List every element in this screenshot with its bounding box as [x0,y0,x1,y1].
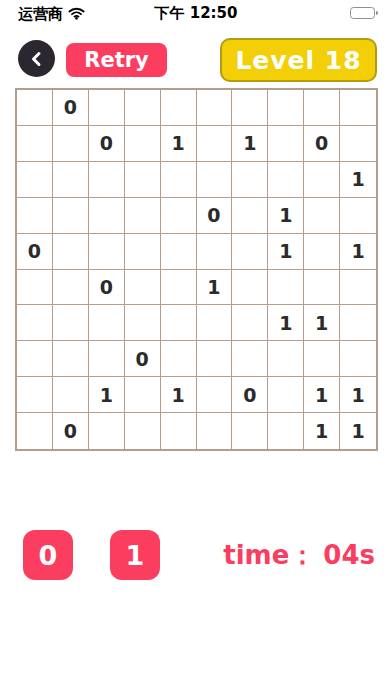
cell-r8c5[interactable] [161,341,197,377]
cell-r7c6[interactable] [197,305,233,341]
cell-r9c8[interactable] [268,377,304,413]
cell-r5c7[interactable] [232,234,268,270]
cell-r1c10[interactable] [340,90,376,126]
cell-r2c8[interactable] [268,126,304,162]
cell-r4c6[interactable]: 0 [197,198,233,234]
puzzle-board: 001101010110111011011011 [15,88,378,451]
status-bar: 运营商 下午 12:50 [0,0,392,26]
cell-r2c10[interactable] [340,126,376,162]
cell-r10c7[interactable] [232,413,268,449]
retry-button[interactable]: Retry [66,43,167,77]
cell-r8c3[interactable] [89,341,125,377]
cell-r7c8[interactable]: 1 [268,305,304,341]
cell-r10c9[interactable]: 1 [304,413,340,449]
cell-r7c3[interactable] [89,305,125,341]
digit-0-button[interactable]: 0 [23,530,73,580]
cell-r10c3[interactable] [89,413,125,449]
cell-r3c9[interactable] [304,162,340,198]
cell-r3c4[interactable] [125,162,161,198]
cell-r4c10[interactable] [340,198,376,234]
battery-icon [350,7,378,19]
cell-r10c6[interactable] [197,413,233,449]
cell-r9c5[interactable]: 1 [161,377,197,413]
cell-r9c9[interactable]: 1 [304,377,340,413]
cell-r8c9[interactable] [304,341,340,377]
cell-r2c3[interactable]: 0 [89,126,125,162]
cell-r2c4[interactable] [125,126,161,162]
cell-r8c4[interactable]: 0 [125,341,161,377]
cell-r4c7[interactable] [232,198,268,234]
cell-r2c5[interactable]: 1 [161,126,197,162]
cell-r6c9[interactable] [304,270,340,306]
cell-r9c1[interactable] [17,377,53,413]
timer: time： 04s [223,530,375,580]
cell-r7c7[interactable] [232,305,268,341]
cell-r2c2[interactable] [53,126,89,162]
cell-r2c9[interactable]: 0 [304,126,340,162]
cell-r5c5[interactable] [161,234,197,270]
cell-r6c3[interactable]: 0 [89,270,125,306]
cell-r6c8[interactable] [268,270,304,306]
cell-r9c2[interactable] [53,377,89,413]
digit-1-button[interactable]: 1 [110,530,160,580]
cell-r1c2[interactable]: 0 [53,90,89,126]
cell-r8c6[interactable] [197,341,233,377]
cell-r6c10[interactable] [340,270,376,306]
cell-r5c10[interactable]: 1 [340,234,376,270]
cell-r3c5[interactable] [161,162,197,198]
cell-r7c9[interactable]: 1 [304,305,340,341]
status-time: 下午 12:50 [0,4,392,23]
cell-r6c5[interactable] [161,270,197,306]
cell-r3c8[interactable] [268,162,304,198]
cell-r7c5[interactable] [161,305,197,341]
cell-r3c10[interactable]: 1 [340,162,376,198]
cell-r1c5[interactable] [161,90,197,126]
cell-r10c4[interactable] [125,413,161,449]
cell-r4c3[interactable] [89,198,125,234]
cell-r9c10[interactable]: 1 [340,377,376,413]
cell-r5c2[interactable] [53,234,89,270]
cell-r1c3[interactable] [89,90,125,126]
cell-r10c1[interactable] [17,413,53,449]
cell-r6c2[interactable] [53,270,89,306]
app-screen: 运营商 下午 12:50 Retry Level 18 00110101011 [0,0,392,696]
timer-label: time： [223,538,315,573]
cell-r10c5[interactable] [161,413,197,449]
cell-r10c8[interactable] [268,413,304,449]
back-button[interactable] [18,40,55,77]
cell-r1c4[interactable] [125,90,161,126]
cell-r5c9[interactable] [304,234,340,270]
cell-r8c7[interactable] [232,341,268,377]
cell-r5c6[interactable] [197,234,233,270]
cell-r4c4[interactable] [125,198,161,234]
cell-r1c8[interactable] [268,90,304,126]
cell-r1c1[interactable] [17,90,53,126]
cell-r5c3[interactable] [89,234,125,270]
cell-r9c3[interactable]: 1 [89,377,125,413]
cell-r6c4[interactable] [125,270,161,306]
cell-r8c10[interactable] [340,341,376,377]
cell-r9c7[interactable]: 0 [232,377,268,413]
cell-r3c3[interactable] [89,162,125,198]
cell-r4c8[interactable]: 1 [268,198,304,234]
cell-r7c4[interactable] [125,305,161,341]
cell-r4c1[interactable] [17,198,53,234]
cell-r7c1[interactable] [17,305,53,341]
cell-r1c9[interactable] [304,90,340,126]
cell-r8c1[interactable] [17,341,53,377]
cell-r5c1[interactable]: 0 [17,234,53,270]
cell-r4c5[interactable] [161,198,197,234]
cell-r1c6[interactable] [197,90,233,126]
cell-r7c10[interactable] [340,305,376,341]
cell-r2c6[interactable] [197,126,233,162]
cell-r8c8[interactable] [268,341,304,377]
cell-r10c2[interactable]: 0 [53,413,89,449]
cell-r9c4[interactable] [125,377,161,413]
cell-r6c7[interactable] [232,270,268,306]
cell-r4c2[interactable] [53,198,89,234]
cell-r2c1[interactable] [17,126,53,162]
chevron-left-icon [28,50,46,68]
cell-r3c6[interactable] [197,162,233,198]
cell-r3c1[interactable] [17,162,53,198]
cell-r6c6[interactable]: 1 [197,270,233,306]
timer-value: 04s [323,540,375,570]
cell-r5c8[interactable]: 1 [268,234,304,270]
cell-r4c9[interactable] [304,198,340,234]
cell-r3c7[interactable] [232,162,268,198]
cell-r7c2[interactable] [53,305,89,341]
cell-r5c4[interactable] [125,234,161,270]
cell-r3c2[interactable] [53,162,89,198]
cell-r10c10[interactable]: 1 [340,413,376,449]
cell-r2c7[interactable]: 1 [232,126,268,162]
cell-r9c6[interactable] [197,377,233,413]
cell-r8c2[interactable] [53,341,89,377]
level-badge: Level 18 [220,38,377,82]
cell-r6c1[interactable] [17,270,53,306]
cell-r1c7[interactable] [232,90,268,126]
